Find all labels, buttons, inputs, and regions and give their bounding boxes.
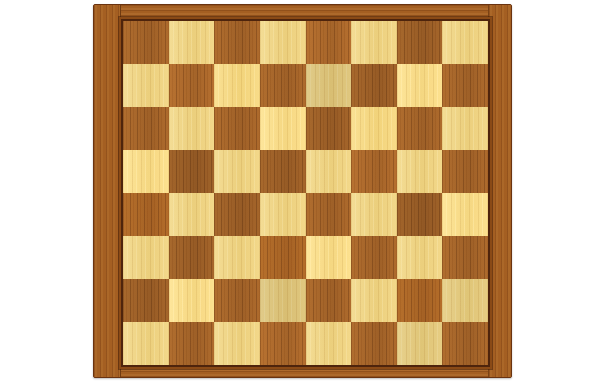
square-a8[interactable] [123,21,169,64]
board-frame-left-rail [94,5,121,377]
square-b7[interactable] [169,64,215,107]
square-f1[interactable] [351,322,397,365]
square-b6[interactable] [169,107,215,150]
square-h7[interactable] [442,64,488,107]
square-c8[interactable] [214,21,260,64]
square-h2[interactable] [442,279,488,322]
square-d4[interactable] [260,193,306,236]
square-b4[interactable] [169,193,215,236]
square-d5[interactable] [260,150,306,193]
square-e1[interactable] [306,322,352,365]
square-a2[interactable] [123,279,169,322]
square-c3[interactable] [214,236,260,279]
square-d3[interactable] [260,236,306,279]
square-d7[interactable] [260,64,306,107]
square-e8[interactable] [306,21,352,64]
square-g3[interactable] [397,236,443,279]
square-h1[interactable] [442,322,488,365]
square-h5[interactable] [442,150,488,193]
square-e2[interactable] [306,279,352,322]
square-b2[interactable] [169,279,215,322]
square-h6[interactable] [442,107,488,150]
square-b8[interactable] [169,21,215,64]
square-e7[interactable] [306,64,352,107]
square-d6[interactable] [260,107,306,150]
square-c5[interactable] [214,150,260,193]
square-a7[interactable] [123,64,169,107]
square-a3[interactable] [123,236,169,279]
square-c6[interactable] [214,107,260,150]
square-f5[interactable] [351,150,397,193]
square-b1[interactable] [169,322,215,365]
square-a1[interactable] [123,322,169,365]
square-d1[interactable] [260,322,306,365]
board-frame-right-rail [488,5,511,377]
square-g6[interactable] [397,107,443,150]
square-b5[interactable] [169,150,215,193]
square-g7[interactable] [397,64,443,107]
square-c1[interactable] [214,322,260,365]
square-e6[interactable] [306,107,352,150]
square-g5[interactable] [397,150,443,193]
square-g2[interactable] [397,279,443,322]
square-d8[interactable] [260,21,306,64]
square-g1[interactable] [397,322,443,365]
square-e3[interactable] [306,236,352,279]
square-c2[interactable] [214,279,260,322]
square-f8[interactable] [351,21,397,64]
square-g8[interactable] [397,21,443,64]
board-grid [121,19,490,367]
square-f6[interactable] [351,107,397,150]
square-e5[interactable] [306,150,352,193]
square-c4[interactable] [214,193,260,236]
square-c7[interactable] [214,64,260,107]
square-a4[interactable] [123,193,169,236]
square-g4[interactable] [397,193,443,236]
square-b3[interactable] [169,236,215,279]
square-d2[interactable] [260,279,306,322]
square-f2[interactable] [351,279,397,322]
chess-board [93,4,512,378]
square-f3[interactable] [351,236,397,279]
square-a5[interactable] [123,150,169,193]
square-f7[interactable] [351,64,397,107]
page-background [0,0,600,381]
square-h3[interactable] [442,236,488,279]
square-e4[interactable] [306,193,352,236]
square-h8[interactable] [442,21,488,64]
square-h4[interactable] [442,193,488,236]
square-a6[interactable] [123,107,169,150]
square-f4[interactable] [351,193,397,236]
